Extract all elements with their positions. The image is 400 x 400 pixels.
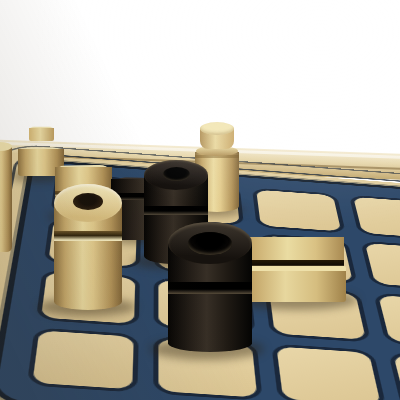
- piece-knob: [29, 128, 54, 141]
- piece-groove: [54, 231, 122, 241]
- piece-lower-slab: [248, 271, 346, 302]
- piece-hole: [188, 232, 232, 255]
- board-cell-c4[interactable]: [276, 346, 381, 400]
- board-cell-d3[interactable]: [378, 295, 400, 347]
- piece-body: [0, 146, 12, 252]
- board-cell-a4[interactable]: [32, 330, 133, 389]
- piece-dark-round-hollow-short[interactable]: [168, 222, 252, 352]
- piece-light-partial-left-edge[interactable]: [0, 142, 12, 252]
- board-cell-d2[interactable]: [365, 243, 400, 290]
- piece-hole: [73, 193, 103, 210]
- piece-light-square-hollow-short[interactable]: [248, 200, 348, 302]
- piece-hole: [163, 167, 190, 181]
- photo-stage: Close-up photo of a wooden Quarto board …: [0, 0, 400, 400]
- piece-knob-top: [200, 122, 234, 135]
- board-cell-d1[interactable]: [353, 197, 400, 239]
- piece-groove: [144, 206, 208, 215]
- board-cell-d4[interactable]: [393, 354, 400, 400]
- piece-light-round-hollow-tall[interactable]: [54, 184, 122, 310]
- piece-groove: [168, 282, 252, 294]
- piece-upper-slab: [250, 237, 344, 260]
